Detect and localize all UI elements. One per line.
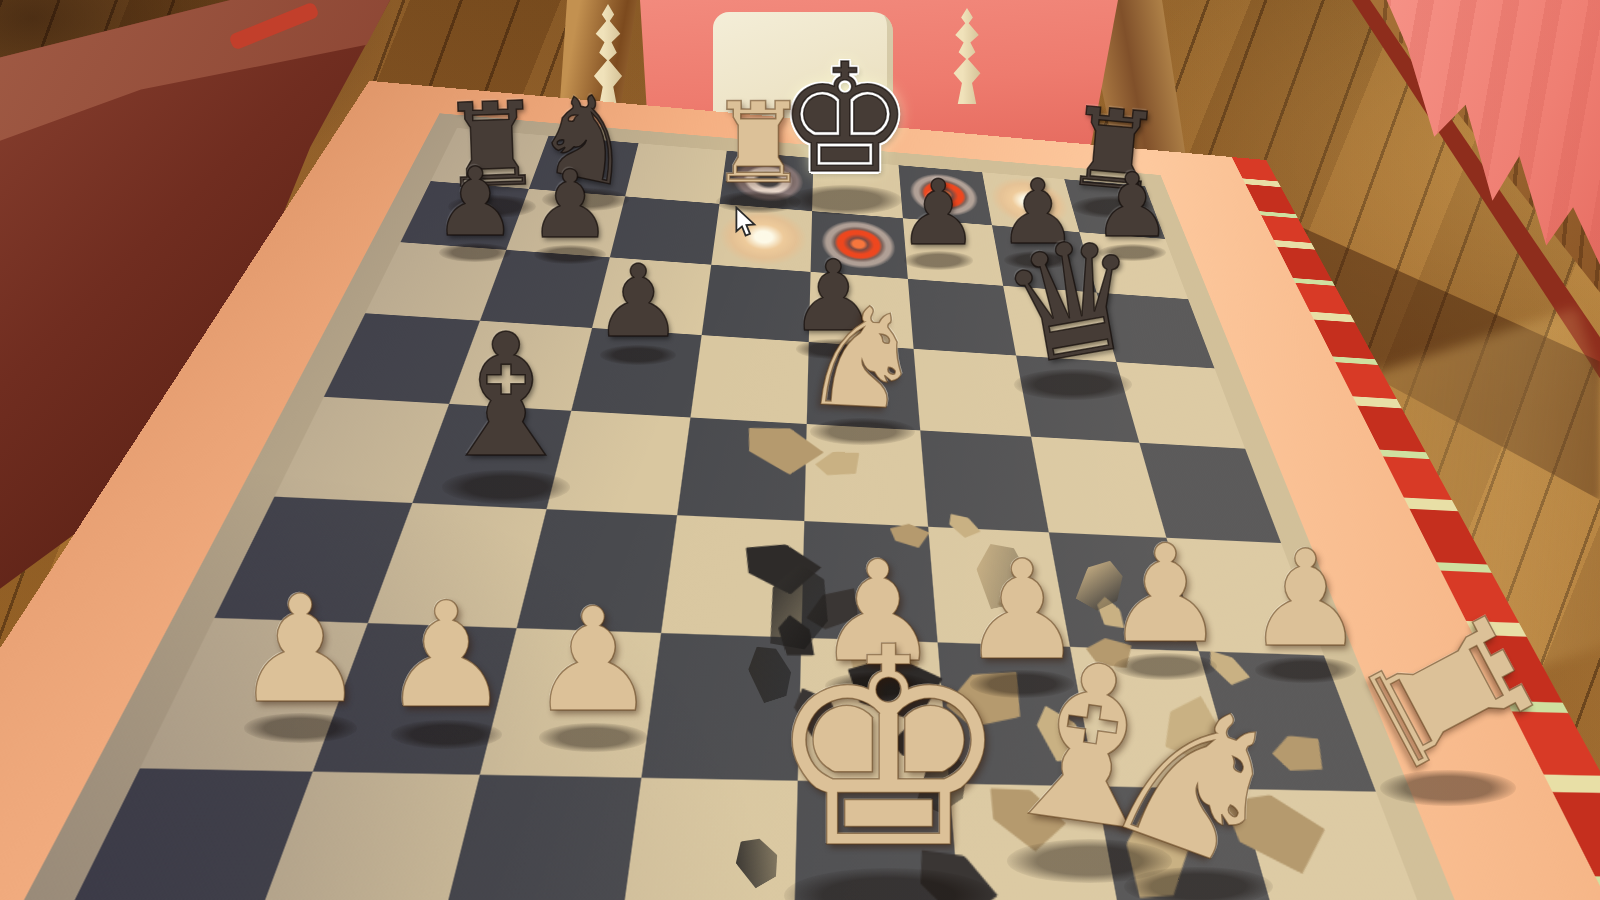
piece-a7-black-pawn-glyph: ♟ [433, 154, 518, 251]
piece-g6-black-queen[interactable]: ♛ [987, 222, 1159, 381]
mouse-cursor [734, 206, 760, 244]
square-d4[interactable] [677, 417, 807, 521]
piece-a2-white-pawn[interactable]: ♟ [219, 574, 382, 725]
piece-b4-black-bishop-glyph: ♝ [430, 311, 582, 484]
piece-h2-white-pawn-glyph: ♟ [1246, 531, 1365, 667]
piece-b7-black-pawn-glyph: ♟ [528, 157, 612, 253]
piece-c2-white-pawn-glyph: ♟ [529, 588, 658, 734]
piece-a2-white-pawn-glyph: ♟ [234, 574, 367, 725]
piece-g6-black-queen-glyph: ♛ [990, 211, 1155, 392]
piece-g1-white-knight-glyph: ♞ [1082, 658, 1316, 900]
piece-d8-white-rook-invader[interactable]: ♜ [697, 86, 820, 200]
piece-g1-white-knight[interactable]: ♞ [1091, 682, 1307, 882]
piece-b2-white-pawn-glyph: ♟ [381, 582, 512, 731]
square-f4[interactable] [920, 430, 1049, 532]
piece-d8-white-rook-invader-glyph: ♜ [708, 86, 808, 200]
piece-c2-white-pawn[interactable]: ♟ [514, 588, 672, 734]
piece-offboard-white-rook-knocked-over[interactable]: ♜ [1349, 601, 1547, 785]
piece-e1-white-king[interactable]: ♚ [737, 609, 1040, 890]
piece-c6-black-pawn[interactable]: ♟ [583, 251, 693, 353]
piece-e5-white-knight-glyph: ♞ [797, 285, 928, 432]
piece-e5-white-knight[interactable]: ♞ [787, 288, 938, 428]
piece-f7-black-pawn-glyph: ♟ [898, 167, 979, 259]
game-stage: ♜♞♚♜♟♟♟♟♟♟♟♛♝♜♞♟♟♟♟♟♟♟♚♝♞♜ [0, 0, 1600, 900]
piece-offboard-white-rook-knocked-over-glyph: ♜ [1329, 578, 1567, 807]
piece-c6-black-pawn-glyph: ♟ [593, 251, 683, 353]
piece-b2-white-pawn[interactable]: ♟ [366, 582, 527, 731]
piece-f7-black-pawn[interactable]: ♟ [889, 167, 988, 259]
piece-a7-black-pawn[interactable]: ♟ [423, 154, 527, 251]
piece-b4-black-bishop[interactable]: ♝ [413, 311, 599, 484]
piece-e1-white-king-glyph: ♚ [765, 609, 1012, 890]
piece-b7-black-pawn[interactable]: ♟ [518, 157, 621, 253]
